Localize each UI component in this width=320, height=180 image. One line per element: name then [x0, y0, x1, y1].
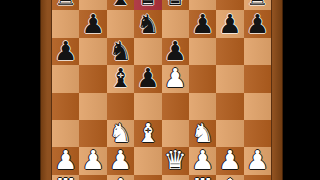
board-frame: ♜♝♛♚♜♟♞♟♟♟♟♞♟♝♟♟♞♝♞♟♟♟♛♟♟♟♜♝♜♚ — [40, 0, 283, 180]
square-h4[interactable] — [244, 93, 271, 120]
square-e3[interactable] — [162, 120, 189, 147]
square-b2[interactable]: ♟ — [79, 147, 106, 174]
square-g1[interactable]: ♚ — [216, 175, 243, 180]
piece-white-pawn[interactable]: ♟ — [54, 147, 77, 174]
square-h7[interactable]: ♟ — [244, 10, 271, 37]
square-c2[interactable]: ♟ — [107, 147, 134, 174]
square-h5[interactable] — [244, 65, 271, 92]
square-g6[interactable] — [216, 38, 243, 65]
square-c7[interactable] — [107, 10, 134, 37]
square-h2[interactable]: ♟ — [244, 147, 271, 174]
square-a8[interactable]: ♜ — [52, 0, 79, 10]
piece-black-knight[interactable]: ♞ — [136, 11, 159, 38]
piece-white-pawn[interactable]: ♟ — [81, 147, 104, 174]
square-f2[interactable]: ♟ — [189, 147, 216, 174]
piece-black-pawn[interactable]: ♟ — [191, 11, 214, 38]
piece-black-pawn[interactable]: ♟ — [136, 65, 159, 92]
piece-black-bishop[interactable]: ♝ — [109, 0, 132, 10]
square-e2[interactable]: ♛ — [162, 147, 189, 174]
square-e1[interactable] — [162, 175, 189, 180]
chess-thumbnail: ♜♝♛♚♜♟♞♟♟♟♟♞♟♝♟♟♞♝♞♟♟♟♛♟♟♟♜♝♜♚ — [0, 0, 320, 180]
square-e4[interactable] — [162, 93, 189, 120]
piece-white-bishop[interactable]: ♝ — [109, 175, 132, 180]
square-b6[interactable] — [79, 38, 106, 65]
square-a1[interactable]: ♜ — [52, 175, 79, 180]
piece-black-pawn[interactable]: ♟ — [54, 38, 77, 65]
piece-black-pawn[interactable]: ♟ — [81, 11, 104, 38]
square-h3[interactable] — [244, 120, 271, 147]
square-e8[interactable]: ♚ — [162, 0, 189, 10]
piece-white-pawn[interactable]: ♟ — [109, 147, 132, 174]
piece-white-bishop[interactable]: ♝ — [136, 120, 159, 147]
square-d3[interactable]: ♝ — [134, 120, 161, 147]
piece-black-knight[interactable]: ♞ — [109, 38, 132, 65]
square-b4[interactable] — [79, 93, 106, 120]
square-a7[interactable] — [52, 10, 79, 37]
chess-board[interactable]: ♜♝♛♚♜♟♞♟♟♟♟♞♟♝♟♟♞♝♞♟♟♟♛♟♟♟♜♝♜♚ — [52, 0, 271, 180]
square-f1[interactable]: ♜ — [189, 175, 216, 180]
square-c3[interactable]: ♞ — [107, 120, 134, 147]
square-f5[interactable] — [189, 65, 216, 92]
square-f7[interactable]: ♟ — [189, 10, 216, 37]
square-b3[interactable] — [79, 120, 106, 147]
square-d6[interactable] — [134, 38, 161, 65]
square-g3[interactable] — [216, 120, 243, 147]
piece-white-pawn[interactable]: ♟ — [218, 147, 241, 174]
square-d1[interactable] — [134, 175, 161, 180]
square-d7[interactable]: ♞ — [134, 10, 161, 37]
square-a3[interactable] — [52, 120, 79, 147]
square-c6[interactable]: ♞ — [107, 38, 134, 65]
square-f6[interactable] — [189, 38, 216, 65]
piece-white-pawn[interactable]: ♟ — [191, 147, 214, 174]
piece-white-king[interactable]: ♚ — [218, 175, 241, 180]
square-d4[interactable] — [134, 93, 161, 120]
square-h6[interactable] — [244, 38, 271, 65]
square-e6[interactable]: ♟ — [162, 38, 189, 65]
square-b5[interactable] — [79, 65, 106, 92]
piece-white-rook[interactable]: ♜ — [191, 175, 214, 180]
square-f4[interactable] — [189, 93, 216, 120]
square-a6[interactable]: ♟ — [52, 38, 79, 65]
square-c1[interactable]: ♝ — [107, 175, 134, 180]
square-d5[interactable]: ♟ — [134, 65, 161, 92]
square-e7[interactable] — [162, 10, 189, 37]
square-g2[interactable]: ♟ — [216, 147, 243, 174]
square-b7[interactable]: ♟ — [79, 10, 106, 37]
piece-white-pawn[interactable]: ♟ — [164, 65, 187, 92]
piece-black-pawn[interactable]: ♟ — [218, 11, 241, 38]
piece-white-rook[interactable]: ♜ — [54, 175, 77, 180]
piece-white-knight[interactable]: ♞ — [191, 120, 214, 147]
square-f3[interactable]: ♞ — [189, 120, 216, 147]
piece-white-knight[interactable]: ♞ — [109, 120, 132, 147]
piece-black-bishop[interactable]: ♝ — [109, 65, 132, 92]
square-b1[interactable] — [79, 175, 106, 180]
square-a5[interactable] — [52, 65, 79, 92]
square-g5[interactable] — [216, 65, 243, 92]
piece-white-queen[interactable]: ♛ — [164, 147, 187, 174]
piece-black-pawn[interactable]: ♟ — [246, 11, 269, 38]
square-a2[interactable]: ♟ — [52, 147, 79, 174]
square-a4[interactable] — [52, 93, 79, 120]
square-d2[interactable] — [134, 147, 161, 174]
square-c5[interactable]: ♝ — [107, 65, 134, 92]
square-h1[interactable] — [244, 175, 271, 180]
piece-black-king[interactable]: ♚ — [164, 0, 187, 10]
piece-black-pawn[interactable]: ♟ — [164, 38, 187, 65]
square-g7[interactable]: ♟ — [216, 10, 243, 37]
square-c8[interactable]: ♝ — [107, 0, 134, 10]
square-g4[interactable] — [216, 93, 243, 120]
square-c4[interactable] — [107, 93, 134, 120]
square-e5[interactable]: ♟ — [162, 65, 189, 92]
piece-black-rook[interactable]: ♜ — [54, 0, 77, 10]
piece-white-pawn[interactable]: ♟ — [246, 147, 269, 174]
